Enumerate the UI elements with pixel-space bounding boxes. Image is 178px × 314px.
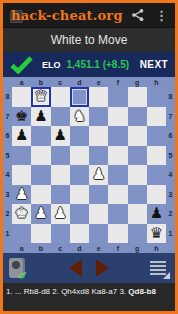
watermark-bar: hack-cheat.org ⋮ xyxy=(3,3,175,27)
square-c5[interactable] xyxy=(51,146,70,166)
elo-label: ELO xyxy=(42,60,61,70)
square-g7[interactable] xyxy=(128,107,147,127)
app-window: hack-cheat.org ⋮ White to Move ELO 1,451… xyxy=(0,0,178,314)
piece-white-pawn[interactable]: ♟ xyxy=(92,167,105,182)
board-corner xyxy=(3,243,12,253)
title-bar: White to Move xyxy=(3,27,175,52)
board-corner xyxy=(166,77,175,87)
square-d7[interactable]: ♞ xyxy=(70,107,89,127)
file-label-g: g xyxy=(128,243,147,253)
resize-corner-icon xyxy=(163,272,170,279)
file-label-f: f xyxy=(108,243,127,253)
control-bar: ✔ xyxy=(3,253,175,283)
square-f2[interactable] xyxy=(108,204,127,224)
piece-black-pawn[interactable]: ♟ xyxy=(53,128,66,143)
piece-black-pawn[interactable]: ♟ xyxy=(150,206,163,221)
file-label-e: e xyxy=(89,77,108,87)
square-e6[interactable] xyxy=(89,126,108,146)
file-label-d: d xyxy=(70,243,89,253)
move-list: 1. ... Rb8-d8 2. Qh4xd8 Ka8-a7 3. Qd8-b8 xyxy=(3,283,175,311)
overflow-menu-icon[interactable]: ⋮ xyxy=(155,9,168,22)
chess-board: abcdefgh8♛87♚♟♞76♟♟6554♟43♟32♚♟♟♟21♛1abc… xyxy=(3,77,175,253)
camera-lens-icon xyxy=(12,261,20,269)
square-f8[interactable] xyxy=(108,87,127,107)
square-e1[interactable] xyxy=(89,224,108,244)
square-d1[interactable] xyxy=(70,224,89,244)
file-label-h: h xyxy=(147,77,166,87)
rank-label-5: 5 xyxy=(3,146,12,166)
file-label-e: e xyxy=(89,243,108,253)
file-label-b: b xyxy=(31,243,50,253)
square-f4[interactable] xyxy=(108,165,127,185)
rank-label-6: 6 xyxy=(166,126,175,146)
square-h5[interactable] xyxy=(147,146,166,166)
correct-checkmark-icon xyxy=(10,55,33,74)
square-f7[interactable] xyxy=(108,107,127,127)
rank-label-1: 1 xyxy=(3,224,12,244)
rank-label-2: 2 xyxy=(3,204,12,224)
piece-white-knight[interactable]: ♞ xyxy=(73,109,86,124)
square-h2[interactable]: ♟ xyxy=(147,204,166,224)
square-d8[interactable] xyxy=(70,87,89,107)
square-d4[interactable] xyxy=(70,165,89,185)
green-check-icon: ✔ xyxy=(19,270,27,281)
square-e4[interactable]: ♟ xyxy=(89,165,108,185)
watermark-title: hack-cheat.org xyxy=(11,8,123,23)
piece-black-king[interactable]: ♚ xyxy=(15,109,28,124)
piece-white-pawn[interactable]: ♟ xyxy=(34,206,47,221)
square-c8[interactable] xyxy=(51,87,70,107)
square-h8[interactable] xyxy=(147,87,166,107)
square-f6[interactable] xyxy=(108,126,127,146)
square-d5[interactable] xyxy=(70,146,89,166)
move-list-text: 1. ... Rb8-d8 2. Qh4xd8 Ka8-a7 3. xyxy=(6,287,128,296)
square-a8[interactable] xyxy=(12,87,31,107)
piece-white-queen[interactable]: ♛ xyxy=(34,89,47,104)
file-label-b: b xyxy=(31,77,50,87)
share-icon[interactable] xyxy=(131,8,145,22)
square-d3[interactable] xyxy=(70,185,89,205)
square-a7[interactable]: ♚ xyxy=(12,107,31,127)
square-b6[interactable] xyxy=(31,126,50,146)
square-c1[interactable] xyxy=(51,224,70,244)
previous-move-button[interactable] xyxy=(69,259,82,277)
file-label-d: d xyxy=(70,77,89,87)
square-g6[interactable] xyxy=(128,126,147,146)
status-bar: ELO 1,451.1 (+8.5) NEXT xyxy=(3,52,175,77)
square-f3[interactable] xyxy=(108,185,127,205)
square-h1[interactable]: ♛ xyxy=(147,224,166,244)
square-c4[interactable] xyxy=(51,165,70,185)
file-label-a: a xyxy=(12,77,31,87)
square-g8[interactable] xyxy=(128,87,147,107)
square-a5[interactable] xyxy=(12,146,31,166)
square-e3[interactable] xyxy=(89,185,108,205)
square-d2[interactable] xyxy=(70,204,89,224)
square-a3[interactable]: ♟ xyxy=(12,185,31,205)
next-move-button[interactable] xyxy=(96,259,109,277)
rank-label-1: 1 xyxy=(166,224,175,244)
board-corner xyxy=(166,243,175,253)
square-h4[interactable] xyxy=(147,165,166,185)
file-label-g: g xyxy=(128,77,147,87)
square-b7[interactable]: ♟ xyxy=(31,107,50,127)
position-verified-icon[interactable]: ✔ xyxy=(9,258,25,278)
square-g5[interactable] xyxy=(128,146,147,166)
square-g4[interactable] xyxy=(128,165,147,185)
square-e5[interactable] xyxy=(89,146,108,166)
square-h6[interactable] xyxy=(147,126,166,146)
square-g3[interactable] xyxy=(128,185,147,205)
square-b3[interactable] xyxy=(31,185,50,205)
next-button[interactable]: NEXT xyxy=(140,59,168,70)
file-label-c: c xyxy=(51,243,70,253)
piece-black-queen[interactable]: ♛ xyxy=(150,226,163,241)
move-list-icon[interactable] xyxy=(149,260,169,277)
square-a2[interactable]: ♚ xyxy=(12,204,31,224)
square-b4[interactable] xyxy=(31,165,50,185)
square-f1[interactable] xyxy=(108,224,127,244)
rank-label-4: 4 xyxy=(166,165,175,185)
piece-black-pawn[interactable]: ♟ xyxy=(34,109,47,124)
square-g1[interactable] xyxy=(128,224,147,244)
square-f5[interactable] xyxy=(108,146,127,166)
file-label-c: c xyxy=(51,77,70,87)
square-c3[interactable] xyxy=(51,185,70,205)
rank-label-6: 6 xyxy=(3,126,12,146)
square-c2[interactable]: ♟ xyxy=(51,204,70,224)
square-b5[interactable] xyxy=(31,146,50,166)
rank-label-3: 3 xyxy=(3,185,12,205)
elo-rating: 1,451.1 (+8.5) xyxy=(67,59,130,70)
square-a4[interactable] xyxy=(12,165,31,185)
piece-white-pawn[interactable]: ♟ xyxy=(15,187,28,202)
piece-white-pawn[interactable]: ♟ xyxy=(53,206,66,221)
square-a1[interactable] xyxy=(12,224,31,244)
square-e8[interactable] xyxy=(89,87,108,107)
square-b2[interactable]: ♟ xyxy=(31,204,50,224)
rank-label-7: 7 xyxy=(166,107,175,127)
rank-label-2: 2 xyxy=(166,204,175,224)
square-e2[interactable] xyxy=(89,204,108,224)
file-label-a: a xyxy=(12,243,31,253)
piece-black-pawn[interactable]: ♟ xyxy=(15,128,28,143)
rank-label-7: 7 xyxy=(3,107,12,127)
square-b1[interactable] xyxy=(31,224,50,244)
rank-label-8: 8 xyxy=(3,87,12,107)
board-corner xyxy=(3,77,12,87)
last-move-text: Qd8-b8 xyxy=(128,287,156,296)
rank-label-4: 4 xyxy=(3,165,12,185)
rank-label-8: 8 xyxy=(166,87,175,107)
rank-label-3: 3 xyxy=(166,185,175,205)
square-c7[interactable] xyxy=(51,107,70,127)
square-h7[interactable] xyxy=(147,107,166,127)
square-c6[interactable]: ♟ xyxy=(51,126,70,146)
square-d6[interactable] xyxy=(70,126,89,146)
piece-white-king[interactable]: ♚ xyxy=(15,206,28,221)
square-e7[interactable] xyxy=(89,107,108,127)
file-label-f: f xyxy=(108,77,127,87)
page-title: White to Move xyxy=(51,33,128,47)
square-a6[interactable]: ♟ xyxy=(12,126,31,146)
square-b8[interactable]: ♛ xyxy=(31,87,50,107)
file-label-h: h xyxy=(147,243,166,253)
square-g2[interactable] xyxy=(128,204,147,224)
rank-label-5: 5 xyxy=(166,146,175,166)
square-h3[interactable] xyxy=(147,185,166,205)
